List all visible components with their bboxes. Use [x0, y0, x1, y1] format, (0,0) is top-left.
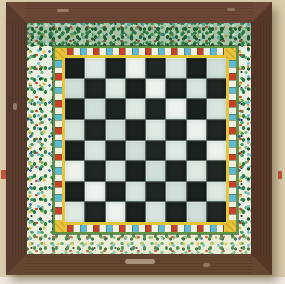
square-e6[interactable] — [146, 99, 165, 119]
frame-scuff — [13, 103, 17, 110]
square-c4[interactable] — [106, 141, 125, 161]
frame-scuff — [227, 8, 235, 11]
border-corner-bottom-left — [55, 222, 65, 232]
square-b4[interactable] — [85, 141, 104, 161]
border-strip-left — [55, 60, 62, 220]
square-f7[interactable] — [166, 79, 185, 99]
square-f6[interactable] — [166, 99, 185, 119]
square-g4[interactable] — [187, 141, 206, 161]
square-g5[interactable] — [187, 120, 206, 140]
wood-grain-right — [251, 21, 272, 256]
square-h1[interactable] — [207, 202, 226, 222]
square-f5[interactable] — [166, 120, 185, 140]
square-a4[interactable] — [65, 141, 84, 161]
square-g6[interactable] — [187, 99, 206, 119]
square-a6[interactable] — [65, 99, 84, 119]
square-a2[interactable] — [65, 182, 84, 202]
square-f8[interactable] — [166, 58, 185, 78]
frame-scuff — [203, 263, 210, 267]
square-c5[interactable] — [106, 120, 125, 140]
wood-grain-left — [6, 21, 27, 256]
square-d7[interactable] — [126, 79, 145, 99]
border-corner-top-left — [55, 48, 65, 58]
square-f2[interactable] — [166, 182, 185, 202]
border-corner-top-right — [226, 48, 236, 58]
square-f4[interactable] — [166, 141, 185, 161]
square-e2[interactable] — [146, 182, 165, 202]
square-e8[interactable] — [146, 58, 165, 78]
glass-game-panel — [53, 46, 238, 234]
square-b3[interactable] — [85, 161, 104, 181]
square-e3[interactable] — [146, 161, 165, 181]
square-e1[interactable] — [146, 202, 165, 222]
frame-scuff — [57, 9, 69, 12]
square-a7[interactable] — [65, 79, 84, 99]
square-h6[interactable] — [207, 99, 226, 119]
mosaic-border-bottom-tint — [27, 233, 251, 254]
inner-yellow-line — [62, 55, 229, 225]
square-d4[interactable] — [126, 141, 145, 161]
border-strip-top — [67, 48, 224, 55]
border-strip-bottom — [67, 225, 224, 232]
square-d3[interactable] — [126, 161, 145, 181]
square-h5[interactable] — [207, 120, 226, 140]
checkered-border-band — [55, 48, 236, 232]
square-e5[interactable] — [146, 120, 165, 140]
square-d1[interactable] — [126, 202, 145, 222]
photo-edge-mark-right — [278, 171, 282, 179]
square-d2[interactable] — [126, 182, 145, 202]
square-d8[interactable] — [126, 58, 145, 78]
square-h7[interactable] — [207, 79, 226, 99]
border-corner-bottom-right — [226, 222, 236, 232]
square-a8[interactable] — [65, 58, 84, 78]
square-h3[interactable] — [207, 161, 226, 181]
square-h8[interactable] — [207, 58, 226, 78]
mosaic-border-top-tint — [27, 23, 251, 46]
square-b1[interactable] — [85, 202, 104, 222]
wood-grain-bottom — [25, 254, 253, 275]
square-g8[interactable] — [187, 58, 206, 78]
square-h2[interactable] — [207, 182, 226, 202]
wood-grain-top — [25, 2, 253, 23]
mosaic-glass-border — [27, 23, 251, 254]
square-e7[interactable] — [146, 79, 165, 99]
board — [65, 58, 226, 222]
square-e4[interactable] — [146, 141, 165, 161]
square-c1[interactable] — [106, 202, 125, 222]
wood-frame — [6, 2, 272, 275]
square-b6[interactable] — [85, 99, 104, 119]
square-f3[interactable] — [166, 161, 185, 181]
square-c2[interactable] — [106, 182, 125, 202]
square-b7[interactable] — [85, 79, 104, 99]
photo-backdrop — [0, 0, 285, 284]
square-g3[interactable] — [187, 161, 206, 181]
square-g7[interactable] — [187, 79, 206, 99]
square-c7[interactable] — [106, 79, 125, 99]
square-b2[interactable] — [85, 182, 104, 202]
square-h4[interactable] — [207, 141, 226, 161]
square-g2[interactable] — [187, 182, 206, 202]
square-d6[interactable] — [126, 99, 145, 119]
square-c6[interactable] — [106, 99, 125, 119]
square-b8[interactable] — [85, 58, 104, 78]
border-strip-right — [229, 60, 236, 220]
square-f1[interactable] — [166, 202, 185, 222]
square-a5[interactable] — [65, 120, 84, 140]
square-c3[interactable] — [106, 161, 125, 181]
square-d5[interactable] — [126, 120, 145, 140]
square-g1[interactable] — [187, 202, 206, 222]
square-a3[interactable] — [65, 161, 84, 181]
square-c8[interactable] — [106, 58, 125, 78]
square-a1[interactable] — [65, 202, 84, 222]
frame-scuff — [125, 259, 155, 264]
table-surface — [0, 277, 285, 284]
square-b5[interactable] — [85, 120, 104, 140]
